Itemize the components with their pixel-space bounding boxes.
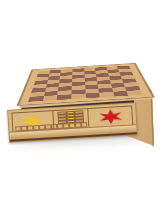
board-frame bbox=[19, 64, 152, 105]
ludo-cell bbox=[75, 119, 84, 123]
checker-square bbox=[71, 94, 85, 99]
checker-square bbox=[57, 95, 72, 101]
checker-square bbox=[99, 92, 114, 97]
ludo-home-cell bbox=[67, 120, 76, 124]
checkerboard bbox=[28, 66, 143, 102]
red-star-icon bbox=[97, 108, 124, 125]
product-photo bbox=[0, 0, 164, 200]
ludo-grid bbox=[57, 110, 84, 124]
checker-square bbox=[85, 93, 100, 98]
checker-square bbox=[127, 90, 143, 95]
checker-square bbox=[43, 95, 58, 101]
ludo-cell bbox=[58, 120, 67, 124]
